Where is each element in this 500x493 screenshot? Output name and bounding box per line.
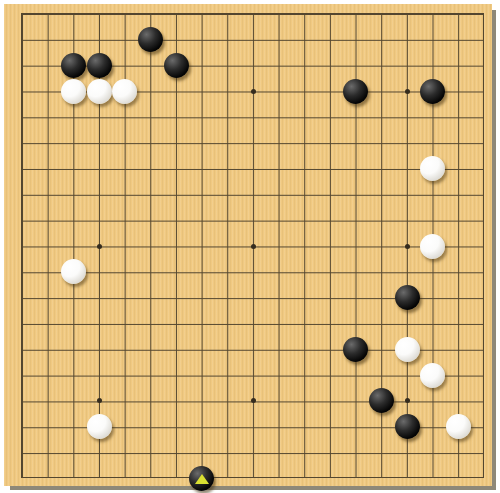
black-stone (369, 388, 394, 413)
black-stone (189, 466, 214, 491)
black-stone (343, 79, 368, 104)
point-R13[interactable] (420, 156, 446, 182)
white-stone (446, 414, 471, 439)
point-D17[interactable] (86, 53, 112, 79)
star-point (394, 388, 420, 414)
star-point (240, 388, 266, 414)
point-D3[interactable] (86, 414, 112, 440)
star-point-dot (251, 398, 256, 403)
black-stone (61, 53, 86, 78)
star-point (240, 233, 266, 259)
star-point-dot (405, 244, 410, 249)
white-stone (420, 156, 445, 181)
point-C9[interactable] (60, 259, 86, 285)
black-stone (87, 53, 112, 78)
go-app-window (0, 0, 500, 493)
point-E16[interactable] (112, 79, 138, 105)
white-stone (61, 259, 86, 284)
point-C17[interactable] (60, 53, 86, 79)
star-point-dot (405, 398, 410, 403)
last-move-triangle-marker (195, 474, 209, 484)
point-O16[interactable] (343, 79, 369, 105)
star-point-dot (251, 244, 256, 249)
star-point-dot (97, 398, 102, 403)
point-S3[interactable] (446, 414, 472, 440)
point-Q3[interactable] (394, 414, 420, 440)
star-point-dot (97, 244, 102, 249)
point-R5[interactable] (420, 362, 446, 388)
star-point (86, 233, 112, 259)
point-D16[interactable] (86, 79, 112, 105)
black-stone (138, 27, 163, 52)
white-stone (420, 234, 445, 259)
white-stone (395, 337, 420, 362)
white-stone (420, 363, 445, 388)
black-stone (420, 79, 445, 104)
point-Q8[interactable] (394, 285, 420, 311)
black-stone (164, 53, 189, 78)
star-point (394, 233, 420, 259)
go-board[interactable] (4, 4, 492, 486)
point-C16[interactable] (60, 79, 86, 105)
black-stone (395, 285, 420, 310)
star-point (86, 388, 112, 414)
white-stone (87, 414, 112, 439)
point-P4[interactable] (369, 388, 395, 414)
point-H1[interactable] (189, 465, 215, 491)
star-point (394, 79, 420, 105)
black-stone (343, 337, 368, 362)
point-R16[interactable] (420, 79, 446, 105)
star-point-dot (251, 89, 256, 94)
point-O6[interactable] (343, 336, 369, 362)
point-G17[interactable] (163, 53, 189, 79)
point-R10[interactable] (420, 233, 446, 259)
white-stone (112, 79, 137, 104)
point-Q6[interactable] (394, 336, 420, 362)
star-point (240, 79, 266, 105)
point-F18[interactable] (138, 27, 164, 53)
star-point-dot (405, 89, 410, 94)
white-stone (87, 79, 112, 104)
white-stone (61, 79, 86, 104)
black-stone (395, 414, 420, 439)
board-placement-grid (9, 1, 497, 491)
